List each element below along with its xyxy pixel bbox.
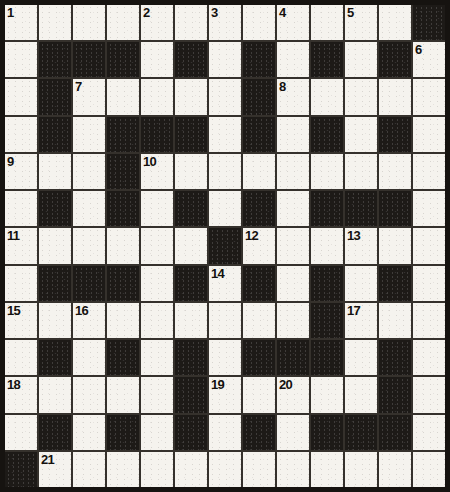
cell-r0c1[interactable] <box>39 5 71 40</box>
cell-r9c11 <box>379 340 411 375</box>
cell-r5c12[interactable] <box>413 191 445 226</box>
cell-r8c6[interactable] <box>209 303 241 338</box>
cell-r4c2[interactable] <box>73 154 105 189</box>
cell-r9c9 <box>311 340 343 375</box>
cell-r10c1[interactable] <box>39 377 71 412</box>
cell-r5c9 <box>311 191 343 226</box>
clue-number-1: 1 <box>7 5 13 20</box>
cell-r10c0[interactable]: 18 <box>5 377 37 412</box>
cell-r7c12[interactable] <box>413 266 445 301</box>
cell-r12c4[interactable] <box>141 452 173 487</box>
cell-r12c7[interactable] <box>243 452 275 487</box>
cell-r8c4[interactable] <box>141 303 173 338</box>
cell-r8c10[interactable]: 17 <box>345 303 377 338</box>
cell-r11c0[interactable] <box>5 415 37 450</box>
cell-r7c10[interactable] <box>345 266 377 301</box>
cell-r11c5 <box>175 415 207 450</box>
cell-r10c4[interactable] <box>141 377 173 412</box>
cell-r0c10[interactable]: 5 <box>345 5 377 40</box>
clue-number-17: 17 <box>347 303 360 318</box>
cell-r9c2[interactable] <box>73 340 105 375</box>
cell-r4c5[interactable] <box>175 154 207 189</box>
cell-r6c11[interactable] <box>379 228 411 263</box>
cell-r6c0[interactable]: 11 <box>5 228 37 263</box>
cell-r4c10[interactable] <box>345 154 377 189</box>
cell-r9c12[interactable] <box>413 340 445 375</box>
cell-r4c6[interactable] <box>209 154 241 189</box>
cell-r11c3 <box>107 415 139 450</box>
cell-r2c7 <box>243 79 275 114</box>
cell-r7c8[interactable] <box>277 266 309 301</box>
cell-r12c8[interactable] <box>277 452 309 487</box>
cell-r0c4[interactable]: 2 <box>141 5 173 40</box>
cell-r10c9[interactable] <box>311 377 343 412</box>
cell-r1c0[interactable] <box>5 42 37 77</box>
cell-r7c4[interactable] <box>141 266 173 301</box>
cell-r11c2[interactable] <box>73 415 105 450</box>
cell-r3c3 <box>107 117 139 152</box>
cell-r12c2[interactable] <box>73 452 105 487</box>
cell-r7c7 <box>243 266 275 301</box>
cell-r3c1 <box>39 117 71 152</box>
cell-r2c11[interactable] <box>379 79 411 114</box>
cell-r9c7 <box>243 340 275 375</box>
cell-r8c9 <box>311 303 343 338</box>
cell-r10c12[interactable] <box>413 377 445 412</box>
cell-r2c5[interactable] <box>175 79 207 114</box>
clue-number-19: 19 <box>211 377 224 392</box>
cell-r7c3 <box>107 266 139 301</box>
cell-r6c7[interactable]: 12 <box>243 228 275 263</box>
cell-r4c7[interactable] <box>243 154 275 189</box>
clue-number-3: 3 <box>211 5 217 20</box>
cell-r3c5 <box>175 117 207 152</box>
cell-r9c6[interactable] <box>209 340 241 375</box>
clue-number-18: 18 <box>7 377 20 392</box>
cell-r12c9[interactable] <box>311 452 343 487</box>
cell-r2c2[interactable]: 7 <box>73 79 105 114</box>
cell-r0c8[interactable]: 4 <box>277 5 309 40</box>
cell-r0c11[interactable] <box>379 5 411 40</box>
cell-r4c0[interactable]: 9 <box>5 154 37 189</box>
cell-r10c10[interactable] <box>345 377 377 412</box>
cell-r8c0[interactable]: 15 <box>5 303 37 338</box>
cell-r9c8 <box>277 340 309 375</box>
cell-r10c2[interactable] <box>73 377 105 412</box>
cell-r12c10[interactable] <box>345 452 377 487</box>
cell-r12c6[interactable] <box>209 452 241 487</box>
clue-number-10: 10 <box>143 154 156 169</box>
cell-r7c5 <box>175 266 207 301</box>
cell-r12c0 <box>5 452 37 487</box>
cell-r5c11 <box>379 191 411 226</box>
cell-r0c3[interactable] <box>107 5 139 40</box>
cell-r1c12[interactable]: 6 <box>413 42 445 77</box>
cell-r6c9[interactable] <box>311 228 343 263</box>
cell-r3c9 <box>311 117 343 152</box>
cell-r4c11[interactable] <box>379 154 411 189</box>
cell-r10c6[interactable]: 19 <box>209 377 241 412</box>
cell-r5c5 <box>175 191 207 226</box>
cell-r10c5 <box>175 377 207 412</box>
cell-r3c10[interactable] <box>345 117 377 152</box>
clue-number-16: 16 <box>75 303 88 318</box>
clue-number-7: 7 <box>75 79 81 94</box>
cell-r1c9 <box>311 42 343 77</box>
cell-r9c5 <box>175 340 207 375</box>
cell-r7c1 <box>39 266 71 301</box>
cell-r8c11[interactable] <box>379 303 411 338</box>
cell-r3c12[interactable] <box>413 117 445 152</box>
clue-number-20: 20 <box>279 377 292 392</box>
cell-r3c7 <box>243 117 275 152</box>
cell-r5c0[interactable] <box>5 191 37 226</box>
cell-r10c11 <box>379 377 411 412</box>
cell-r1c11 <box>379 42 411 77</box>
cell-r8c3[interactable] <box>107 303 139 338</box>
cell-r2c8[interactable]: 8 <box>277 79 309 114</box>
cell-r1c1 <box>39 42 71 77</box>
cell-r5c8[interactable] <box>277 191 309 226</box>
cell-r3c11 <box>379 117 411 152</box>
cell-r6c4[interactable] <box>141 228 173 263</box>
clue-number-11: 11 <box>7 228 19 243</box>
cell-r9c0[interactable] <box>5 340 37 375</box>
cell-r11c12[interactable] <box>413 415 445 450</box>
cell-r8c12[interactable] <box>413 303 445 338</box>
cell-r7c9 <box>311 266 343 301</box>
cell-r7c11 <box>379 266 411 301</box>
cell-r1c10[interactable] <box>345 42 377 77</box>
cell-r8c8[interactable] <box>277 303 309 338</box>
cell-r12c3[interactable] <box>107 452 139 487</box>
clue-number-4: 4 <box>279 5 285 20</box>
cell-r11c6[interactable] <box>209 415 241 450</box>
cell-r4c3 <box>107 154 139 189</box>
cell-r0c2[interactable] <box>73 5 105 40</box>
cell-r0c5[interactable] <box>175 5 207 40</box>
cell-r6c8[interactable] <box>277 228 309 263</box>
cell-r8c2[interactable]: 16 <box>73 303 105 338</box>
cell-r10c3[interactable] <box>107 377 139 412</box>
cell-r3c0[interactable] <box>5 117 37 152</box>
clue-number-2: 2 <box>143 5 149 20</box>
cell-r11c10 <box>345 415 377 450</box>
cell-r4c12[interactable] <box>413 154 445 189</box>
cell-r0c7[interactable] <box>243 5 275 40</box>
cell-r0c9[interactable] <box>311 5 343 40</box>
cell-r8c1[interactable] <box>39 303 71 338</box>
cell-r12c1[interactable]: 21 <box>39 452 71 487</box>
clue-number-5: 5 <box>347 5 353 20</box>
clue-number-15: 15 <box>7 303 20 318</box>
cell-r9c10[interactable] <box>345 340 377 375</box>
cell-r6c6 <box>209 228 241 263</box>
cell-r2c9[interactable] <box>311 79 343 114</box>
cell-r7c2 <box>73 266 105 301</box>
cell-r6c1[interactable] <box>39 228 71 263</box>
cell-r4c1[interactable] <box>39 154 71 189</box>
cell-r6c10[interactable]: 13 <box>345 228 377 263</box>
cell-r5c10 <box>345 191 377 226</box>
cell-r12c11[interactable] <box>379 452 411 487</box>
cell-r1c2 <box>73 42 105 77</box>
cell-r6c5[interactable] <box>175 228 207 263</box>
cell-r12c5[interactable] <box>175 452 207 487</box>
cell-r2c12[interactable] <box>413 79 445 114</box>
cell-r5c6[interactable] <box>209 191 241 226</box>
cell-r4c4[interactable]: 10 <box>141 154 173 189</box>
cell-r1c3 <box>107 42 139 77</box>
cell-r12c12[interactable] <box>413 452 445 487</box>
cell-r4c8[interactable] <box>277 154 309 189</box>
cell-r0c0[interactable]: 1 <box>5 5 37 40</box>
clue-number-12: 12 <box>245 228 258 243</box>
cell-r11c4[interactable] <box>141 415 173 450</box>
clue-number-14: 14 <box>211 266 224 281</box>
crossword-board: 123456789101112131415161718192021 <box>0 0 450 492</box>
cell-r6c3[interactable] <box>107 228 139 263</box>
cell-r5c2[interactable] <box>73 191 105 226</box>
cell-r11c7 <box>243 415 275 450</box>
cell-r1c7 <box>243 42 275 77</box>
cell-r5c7 <box>243 191 275 226</box>
cell-r5c1 <box>39 191 71 226</box>
cell-r11c9 <box>311 415 343 450</box>
cell-r2c0[interactable] <box>5 79 37 114</box>
cell-r11c1 <box>39 415 71 450</box>
cell-r6c12[interactable] <box>413 228 445 263</box>
cell-r2c4[interactable] <box>141 79 173 114</box>
cell-r7c6[interactable]: 14 <box>209 266 241 301</box>
clue-number-8: 8 <box>279 79 285 94</box>
clue-number-9: 9 <box>7 154 13 169</box>
cell-r2c10[interactable] <box>345 79 377 114</box>
cell-r7c0[interactable] <box>5 266 37 301</box>
cell-r2c3[interactable] <box>107 79 139 114</box>
cell-r4c9[interactable] <box>311 154 343 189</box>
cell-r3c4 <box>141 117 173 152</box>
clue-number-13: 13 <box>347 228 360 243</box>
cell-r10c7[interactable] <box>243 377 275 412</box>
cell-r1c6[interactable] <box>209 42 241 77</box>
cell-r0c12 <box>413 5 445 40</box>
cell-r1c5 <box>175 42 207 77</box>
cell-r3c2[interactable] <box>73 117 105 152</box>
clue-number-6: 6 <box>415 42 421 57</box>
cell-r8c5[interactable] <box>175 303 207 338</box>
cell-r0c6[interactable]: 3 <box>209 5 241 40</box>
cell-r5c3 <box>107 191 139 226</box>
cell-r11c11 <box>379 415 411 450</box>
cell-r10c8[interactable]: 20 <box>277 377 309 412</box>
cell-r6c2[interactable] <box>73 228 105 263</box>
cell-r3c8[interactable] <box>277 117 309 152</box>
clue-number-21: 21 <box>41 452 54 467</box>
cell-r2c6[interactable] <box>209 79 241 114</box>
cell-r9c4[interactable] <box>141 340 173 375</box>
cell-r1c4[interactable] <box>141 42 173 77</box>
cell-r2c1 <box>39 79 71 114</box>
cell-r3c6[interactable] <box>209 117 241 152</box>
cell-r8c7[interactable] <box>243 303 275 338</box>
cell-r1c8[interactable] <box>277 42 309 77</box>
cell-r5c4[interactable] <box>141 191 173 226</box>
cell-r9c3 <box>107 340 139 375</box>
cell-r11c8[interactable] <box>277 415 309 450</box>
cell-r9c1 <box>39 340 71 375</box>
